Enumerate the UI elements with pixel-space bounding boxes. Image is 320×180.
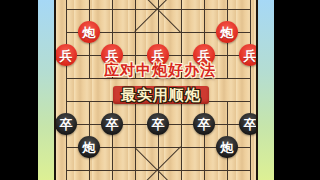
subtitle-text: 应对中炮好办法 <box>0 61 320 79</box>
video-frame: 炮炮兵兵兵兵兵卒卒卒卒卒炮炮 应对中炮好办法 最实用顺炮 <box>0 0 320 180</box>
piece-black-soldier: 卒 <box>239 113 258 135</box>
piece-black-cannon: 炮 <box>78 136 100 158</box>
piece-black-soldier: 卒 <box>147 113 169 135</box>
piece-black-soldier: 卒 <box>55 113 77 135</box>
piece-black-soldier: 卒 <box>193 113 215 135</box>
banner-text: 最实用顺炮 <box>113 86 209 104</box>
board-line <box>181 101 182 180</box>
board-line <box>250 0 251 180</box>
piece-black-soldier: 卒 <box>101 113 123 135</box>
piece-red-cannon: 炮 <box>216 21 238 43</box>
board-line <box>66 0 67 180</box>
piece-red-cannon: 炮 <box>78 21 100 43</box>
board-line <box>135 101 136 180</box>
piece-black-cannon: 炮 <box>216 136 238 158</box>
